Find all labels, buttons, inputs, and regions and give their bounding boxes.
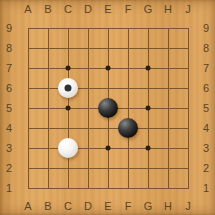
intersection-D5[interactable] [78,98,98,118]
coord-label: 8 [0,38,18,58]
coord-label: 7 [0,58,18,78]
intersection-B5[interactable] [38,98,58,118]
intersection-E6[interactable] [98,78,118,98]
row-labels-right: 987654321 [197,18,215,198]
coord-label: F [118,197,138,215]
star-point [66,66,71,71]
coord-label: J [178,0,198,18]
intersection-E2[interactable] [98,158,118,178]
intersection-J6[interactable] [178,78,198,98]
white-stone-C6 [58,78,78,98]
coord-label: A [18,197,38,215]
coord-label: J [178,197,198,215]
star-point [106,66,111,71]
intersection-H2[interactable] [158,158,178,178]
intersection-A8[interactable] [18,38,38,58]
coord-label: 2 [197,158,215,178]
coord-label: 5 [197,98,215,118]
coord-label: 3 [197,138,215,158]
intersection-B1[interactable] [38,178,58,198]
intersection-D8[interactable] [78,38,98,58]
intersection-G5[interactable] [138,98,158,118]
intersection-C9[interactable] [58,18,78,38]
intersection-D3[interactable] [78,138,98,158]
intersection-C2[interactable] [58,158,78,178]
intersection-J7[interactable] [178,58,198,78]
row-labels-left: 987654321 [0,18,18,198]
star-point [146,106,151,111]
intersection-H9[interactable] [158,18,178,38]
intersection-G4[interactable] [138,118,158,138]
star-point [66,106,71,111]
intersection-J5[interactable] [178,98,198,118]
coord-label: G [138,197,158,215]
coord-label: D [78,197,98,215]
star-point [146,66,151,71]
intersection-J8[interactable] [178,38,198,58]
white-stone-C3 [58,138,78,158]
intersection-F9[interactable] [118,18,138,38]
coord-label: 6 [0,78,18,98]
intersection-C5[interactable] [58,98,78,118]
intersection-E9[interactable] [98,18,118,38]
intersection-H4[interactable] [158,118,178,138]
intersection-C6[interactable] [58,78,78,98]
coord-label: 9 [0,18,18,38]
intersection-G2[interactable] [138,158,158,178]
intersection-E8[interactable] [98,38,118,58]
coord-label: 1 [0,178,18,198]
intersection-B8[interactable] [38,38,58,58]
intersection-J3[interactable] [178,138,198,158]
coord-label: A [18,0,38,18]
intersection-E7[interactable] [98,58,118,78]
coord-label: B [38,0,58,18]
black-stone-E5 [98,98,118,118]
star-point [146,146,151,151]
column-labels-bottom: ABCDEFGHJ [18,197,198,215]
intersection-C3[interactable] [58,138,78,158]
coord-label: D [78,0,98,18]
intersection-G3[interactable] [138,138,158,158]
coord-label: 2 [0,158,18,178]
coord-label: 8 [197,38,215,58]
intersection-D9[interactable] [78,18,98,38]
intersection-D6[interactable] [78,78,98,98]
intersection-A9[interactable] [18,18,38,38]
coord-label: C [58,197,78,215]
intersection-F6[interactable] [118,78,138,98]
intersection-G1[interactable] [138,178,158,198]
intersection-A5[interactable] [18,98,38,118]
coord-label: 5 [0,98,18,118]
intersection-F4[interactable] [118,118,138,138]
intersection-A3[interactable] [18,138,38,158]
intersection-H6[interactable] [158,78,178,98]
intersection-B9[interactable] [38,18,58,38]
intersection-B3[interactable] [38,138,58,158]
intersection-D4[interactable] [78,118,98,138]
go-board: ABCDEFGHJ ABCDEFGHJ 987654321 987654321 [0,0,215,215]
intersection-C7[interactable] [58,58,78,78]
coord-label: 9 [197,18,215,38]
intersection-F2[interactable] [118,158,138,178]
coord-label: 4 [197,118,215,138]
intersection-J1[interactable] [178,178,198,198]
column-labels-top: ABCDEFGHJ [18,0,198,18]
intersection-C1[interactable] [58,178,78,198]
intersection-D2[interactable] [78,158,98,178]
intersection-G9[interactable] [138,18,158,38]
intersection-F3[interactable] [118,138,138,158]
intersection-J9[interactable] [178,18,198,38]
intersection-G8[interactable] [138,38,158,58]
board-grid [18,18,198,198]
intersection-F8[interactable] [118,38,138,58]
intersection-C8[interactable] [58,38,78,58]
intersection-G7[interactable] [138,58,158,78]
intersection-G6[interactable] [138,78,158,98]
intersection-H8[interactable] [158,38,178,58]
coord-label: G [138,0,158,18]
coord-label: H [158,197,178,215]
star-point [106,146,111,151]
intersection-A2[interactable] [18,158,38,178]
intersection-B2[interactable] [38,158,58,178]
intersection-E1[interactable] [98,178,118,198]
intersection-E3[interactable] [98,138,118,158]
intersection-J4[interactable] [178,118,198,138]
intersection-B6[interactable] [38,78,58,98]
coord-label: 1 [197,178,215,198]
coord-label: 7 [197,58,215,78]
black-stone-F4 [118,118,138,138]
intersection-A7[interactable] [18,58,38,78]
intersection-D7[interactable] [78,58,98,78]
coord-label: E [98,0,118,18]
coord-label: H [158,0,178,18]
intersection-B4[interactable] [38,118,58,138]
intersection-D1[interactable] [78,178,98,198]
intersection-H7[interactable] [158,58,178,78]
intersection-A6[interactable] [18,78,38,98]
coord-label: C [58,0,78,18]
intersection-B7[interactable] [38,58,58,78]
intersection-F1[interactable] [118,178,138,198]
intersection-E4[interactable] [98,118,118,138]
intersection-F7[interactable] [118,58,138,78]
intersection-H3[interactable] [158,138,178,158]
intersection-F5[interactable] [118,98,138,118]
intersection-A4[interactable] [18,118,38,138]
intersection-E5[interactable] [98,98,118,118]
coord-label: E [98,197,118,215]
coord-label: 4 [0,118,18,138]
intersection-A1[interactable] [18,178,38,198]
coord-label: 3 [0,138,18,158]
last-move-marker [65,85,72,92]
coord-label: B [38,197,58,215]
intersection-H1[interactable] [158,178,178,198]
intersection-C4[interactable] [58,118,78,138]
coord-label: 6 [197,78,215,98]
intersection-H5[interactable] [158,98,178,118]
intersection-J2[interactable] [178,158,198,178]
coord-label: F [118,0,138,18]
